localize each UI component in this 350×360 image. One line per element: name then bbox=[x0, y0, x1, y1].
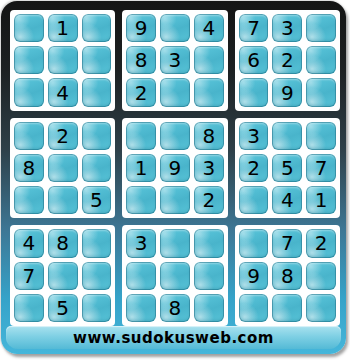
sudoku-board: 149483273629285819323257414875387298 bbox=[10, 10, 340, 326]
cell-r6c5[interactable] bbox=[160, 186, 190, 214]
cell-r2c7[interactable]: 6 bbox=[239, 46, 269, 74]
cell-r5c9[interactable]: 7 bbox=[306, 154, 336, 182]
cell-r6c3[interactable]: 5 bbox=[82, 186, 112, 214]
cell-r5c1[interactable]: 8 bbox=[14, 154, 44, 182]
cell-r7c6[interactable] bbox=[194, 229, 224, 257]
cell-r3c5[interactable] bbox=[160, 78, 190, 106]
board-frame: 149483273629285819323257414875387298 www… bbox=[1, 1, 346, 354]
cell-r7c7[interactable] bbox=[239, 229, 269, 257]
cell-r1c8[interactable]: 3 bbox=[272, 14, 302, 42]
cell-r5c8[interactable]: 5 bbox=[272, 154, 302, 182]
cell-r3c7[interactable] bbox=[239, 78, 269, 106]
cell-r8c3[interactable] bbox=[82, 262, 112, 290]
cell-r3c3[interactable] bbox=[82, 78, 112, 106]
cell-r2c4[interactable]: 8 bbox=[126, 46, 156, 74]
cell-r6c1[interactable] bbox=[14, 186, 44, 214]
cell-r9c9[interactable] bbox=[306, 294, 336, 322]
cell-r2c9[interactable] bbox=[306, 46, 336, 74]
cell-r1c4[interactable]: 9 bbox=[126, 14, 156, 42]
box-1-1: 14 bbox=[10, 10, 115, 111]
cell-r6c9[interactable]: 1 bbox=[306, 186, 336, 214]
cell-r9c6[interactable] bbox=[194, 294, 224, 322]
cell-r4c3[interactable] bbox=[82, 122, 112, 150]
cell-r4c2[interactable]: 2 bbox=[48, 122, 78, 150]
cell-r6c2[interactable] bbox=[48, 186, 78, 214]
cell-r6c4[interactable] bbox=[126, 186, 156, 214]
cell-r4c4[interactable] bbox=[126, 122, 156, 150]
box-3-2: 38 bbox=[122, 225, 227, 326]
cell-r5c5[interactable]: 9 bbox=[160, 154, 190, 182]
cell-r1c1[interactable] bbox=[14, 14, 44, 42]
cell-r5c4[interactable]: 1 bbox=[126, 154, 156, 182]
footer-bar: www.sudokusweb.com bbox=[6, 326, 341, 349]
cell-r8c2[interactable] bbox=[48, 262, 78, 290]
cell-r1c9[interactable] bbox=[306, 14, 336, 42]
cell-r9c8[interactable] bbox=[272, 294, 302, 322]
cell-r3c6[interactable] bbox=[194, 78, 224, 106]
cell-r6c6[interactable]: 2 bbox=[194, 186, 224, 214]
cell-r8c9[interactable] bbox=[306, 262, 336, 290]
cell-r7c1[interactable]: 4 bbox=[14, 229, 44, 257]
cell-r4c1[interactable] bbox=[14, 122, 44, 150]
cell-r7c2[interactable]: 8 bbox=[48, 229, 78, 257]
cell-r2c6[interactable] bbox=[194, 46, 224, 74]
cell-r8c7[interactable]: 9 bbox=[239, 262, 269, 290]
cell-r3c9[interactable] bbox=[306, 78, 336, 106]
box-3-3: 7298 bbox=[235, 225, 340, 326]
cell-r5c7[interactable]: 2 bbox=[239, 154, 269, 182]
box-3-1: 4875 bbox=[10, 225, 115, 326]
box-2-2: 81932 bbox=[122, 118, 227, 219]
cell-r2c5[interactable]: 3 bbox=[160, 46, 190, 74]
cell-r9c4[interactable] bbox=[126, 294, 156, 322]
cell-r8c6[interactable] bbox=[194, 262, 224, 290]
cell-r4c9[interactable] bbox=[306, 122, 336, 150]
cell-r2c1[interactable] bbox=[14, 46, 44, 74]
cell-r8c4[interactable] bbox=[126, 262, 156, 290]
cell-r7c8[interactable]: 7 bbox=[272, 229, 302, 257]
cell-r5c6[interactable]: 3 bbox=[194, 154, 224, 182]
cell-r3c1[interactable] bbox=[14, 78, 44, 106]
cell-r2c3[interactable] bbox=[82, 46, 112, 74]
cell-r1c6[interactable]: 4 bbox=[194, 14, 224, 42]
cell-r7c3[interactable] bbox=[82, 229, 112, 257]
cell-r5c3[interactable] bbox=[82, 154, 112, 182]
cell-r9c3[interactable] bbox=[82, 294, 112, 322]
sudoku-app: 149483273629285819323257414875387298 www… bbox=[0, 0, 350, 360]
footer-url[interactable]: www.sudokusweb.com bbox=[73, 329, 274, 347]
cell-r7c9[interactable]: 2 bbox=[306, 229, 336, 257]
box-1-2: 94832 bbox=[122, 10, 227, 111]
cell-r1c5[interactable] bbox=[160, 14, 190, 42]
cell-r3c8[interactable]: 9 bbox=[272, 78, 302, 106]
box-1-3: 73629 bbox=[235, 10, 340, 111]
cell-r4c8[interactable] bbox=[272, 122, 302, 150]
cell-r2c2[interactable] bbox=[48, 46, 78, 74]
cell-r9c2[interactable]: 5 bbox=[48, 294, 78, 322]
cell-r6c7[interactable] bbox=[239, 186, 269, 214]
cell-r4c5[interactable] bbox=[160, 122, 190, 150]
cell-r1c7[interactable]: 7 bbox=[239, 14, 269, 42]
cell-r9c5[interactable]: 8 bbox=[160, 294, 190, 322]
cell-r3c2[interactable]: 4 bbox=[48, 78, 78, 106]
cell-r8c5[interactable] bbox=[160, 262, 190, 290]
cell-r8c8[interactable]: 8 bbox=[272, 262, 302, 290]
cell-r4c6[interactable]: 8 bbox=[194, 122, 224, 150]
cell-r1c2[interactable]: 1 bbox=[48, 14, 78, 42]
cell-r8c1[interactable]: 7 bbox=[14, 262, 44, 290]
box-2-3: 325741 bbox=[235, 118, 340, 219]
cell-r1c3[interactable] bbox=[82, 14, 112, 42]
cell-r3c4[interactable]: 2 bbox=[126, 78, 156, 106]
cell-r4c7[interactable]: 3 bbox=[239, 122, 269, 150]
cell-r7c5[interactable] bbox=[160, 229, 190, 257]
cell-r9c1[interactable] bbox=[14, 294, 44, 322]
box-2-1: 285 bbox=[10, 118, 115, 219]
cell-r7c4[interactable]: 3 bbox=[126, 229, 156, 257]
cell-r6c8[interactable]: 4 bbox=[272, 186, 302, 214]
cell-r9c7[interactable] bbox=[239, 294, 269, 322]
cell-r5c2[interactable] bbox=[48, 154, 78, 182]
cell-r2c8[interactable]: 2 bbox=[272, 46, 302, 74]
